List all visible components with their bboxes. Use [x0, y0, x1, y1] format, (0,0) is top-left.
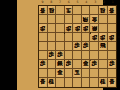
- piece-飛-sente: 飛: [99, 42, 106, 50]
- square-7g[interactable]: 銀: [56, 60, 65, 69]
- square-4a[interactable]: [82, 6, 91, 15]
- piece-桂-gote: 桂: [99, 6, 106, 14]
- piece-玉-sente: 玉: [74, 69, 81, 77]
- square-9h[interactable]: [39, 69, 48, 78]
- square-1h[interactable]: [108, 69, 117, 78]
- square-9c[interactable]: 歩: [39, 24, 48, 33]
- square-1g[interactable]: 歩: [108, 60, 117, 69]
- piece-桂-sente: 桂: [99, 78, 106, 86]
- square-6c[interactable]: 歩: [65, 24, 74, 33]
- piece-香-sente: 香: [39, 78, 46, 86]
- square-5f[interactable]: [73, 51, 82, 60]
- square-8e[interactable]: [48, 42, 57, 51]
- square-2b[interactable]: [99, 15, 108, 24]
- square-6d[interactable]: [65, 33, 74, 42]
- square-4e[interactable]: 歩: [82, 42, 91, 51]
- square-7h[interactable]: 金: [56, 69, 65, 78]
- square-3h[interactable]: [90, 69, 99, 78]
- square-5d[interactable]: [73, 33, 82, 42]
- square-8d[interactable]: [48, 33, 57, 42]
- piece-歩-gote: 歩: [39, 24, 46, 32]
- piece-桂-gote: 桂: [48, 6, 55, 14]
- piece-歩-gote: 歩: [99, 33, 106, 41]
- piece-歩-sente: 歩: [48, 51, 55, 59]
- shogi-board: 香桂玉桂香飛金歩歩歩歩銀歩歩歩歩歩飛歩歩歩銀歩金歩歩金玉香桂桂香: [38, 5, 117, 88]
- square-9a[interactable]: 香: [39, 6, 48, 15]
- square-8b[interactable]: [48, 15, 57, 24]
- square-3a[interactable]: [90, 6, 99, 15]
- piece-歩-gote: 歩: [74, 24, 81, 32]
- piece-銀-gote: 銀: [91, 24, 98, 32]
- square-3b[interactable]: 金: [90, 15, 99, 24]
- square-8c[interactable]: [48, 24, 57, 33]
- square-4i[interactable]: [82, 78, 91, 87]
- piece-香-sente: 香: [108, 78, 115, 86]
- square-2f[interactable]: [99, 51, 108, 60]
- square-6a[interactable]: 玉: [65, 6, 74, 15]
- square-8f[interactable]: 歩: [48, 51, 57, 60]
- square-6g[interactable]: 歩: [65, 60, 74, 69]
- piece-玉-gote: 玉: [65, 6, 72, 14]
- square-3c[interactable]: 銀: [90, 24, 99, 33]
- square-9b[interactable]: [39, 15, 48, 24]
- square-5a[interactable]: [73, 6, 82, 15]
- shogi-diagram-photo: 987654321 香桂玉桂香飛金歩歩歩歩銀歩歩歩歩歩飛歩歩歩銀歩金歩歩金玉香桂…: [0, 0, 120, 90]
- piece-金-sente: 金: [56, 69, 63, 77]
- last-move-marker-dot: [118, 36, 120, 39]
- square-3e[interactable]: [90, 42, 99, 51]
- square-3f[interactable]: [90, 51, 99, 60]
- square-5h[interactable]: 玉: [73, 69, 82, 78]
- square-1f[interactable]: [108, 51, 117, 60]
- square-4d[interactable]: [82, 33, 91, 42]
- square-1c[interactable]: [108, 24, 117, 33]
- piece-香-gote: 香: [39, 6, 46, 14]
- square-4b[interactable]: 飛: [82, 15, 91, 24]
- square-5i[interactable]: [73, 78, 82, 87]
- square-1a[interactable]: 香: [108, 6, 117, 15]
- square-9d[interactable]: [39, 33, 48, 42]
- square-8a[interactable]: 桂: [48, 6, 57, 15]
- square-2i[interactable]: 桂: [99, 78, 108, 87]
- square-2h[interactable]: [99, 69, 108, 78]
- piece-金-gote: 金: [91, 15, 98, 23]
- piece-桂-sente: 桂: [48, 78, 55, 86]
- square-9i[interactable]: 香: [39, 78, 48, 87]
- square-2c[interactable]: [99, 24, 108, 33]
- square-7e[interactable]: [56, 42, 65, 51]
- square-4h[interactable]: [82, 69, 91, 78]
- piece-歩-gote: 歩: [82, 24, 89, 32]
- piece-歩-sente: 歩: [56, 51, 63, 59]
- square-3i[interactable]: [90, 78, 99, 87]
- square-3g[interactable]: 歩: [90, 60, 99, 69]
- square-1b[interactable]: [108, 15, 117, 24]
- letterbox-left: [0, 0, 17, 90]
- square-8h[interactable]: [48, 69, 57, 78]
- square-6e[interactable]: [65, 42, 74, 51]
- square-9f[interactable]: [39, 51, 48, 60]
- square-5c[interactable]: 歩: [73, 24, 82, 33]
- square-9e[interactable]: [39, 42, 48, 51]
- square-6i[interactable]: [65, 78, 74, 87]
- square-7f[interactable]: 歩: [56, 51, 65, 60]
- square-1e[interactable]: [108, 42, 117, 51]
- piece-歩-gote: 歩: [108, 33, 115, 41]
- square-7b[interactable]: [56, 15, 65, 24]
- piece-歩-sente: 歩: [74, 42, 81, 50]
- piece-歩-sente: 歩: [65, 60, 72, 68]
- square-2d[interactable]: 歩: [99, 33, 108, 42]
- piece-歩-gote: 歩: [65, 24, 72, 32]
- square-7i[interactable]: [56, 78, 65, 87]
- square-4f[interactable]: [82, 51, 91, 60]
- square-1i[interactable]: 香: [108, 78, 117, 87]
- square-2a[interactable]: 桂: [99, 6, 108, 15]
- piece-銀-sente: 銀: [56, 60, 63, 68]
- piece-歩-sente: 歩: [39, 60, 46, 68]
- star-point: [64, 32, 66, 34]
- piece-歩-gote: 歩: [91, 33, 98, 41]
- board-margin: 987654321 香桂玉桂香飛金歩歩歩歩銀歩歩歩歩歩飛歩歩歩銀歩金歩歩金玉香桂…: [17, 0, 103, 90]
- piece-飛-gote: 飛: [82, 15, 89, 23]
- piece-歩-sente: 歩: [82, 42, 89, 50]
- square-3d[interactable]: 歩: [90, 33, 99, 42]
- square-2e[interactable]: 飛: [99, 42, 108, 51]
- square-8i[interactable]: 桂: [48, 78, 57, 87]
- square-6b[interactable]: [65, 15, 74, 24]
- square-5g[interactable]: [73, 60, 82, 69]
- piece-香-gote: 香: [108, 6, 115, 14]
- square-6f[interactable]: [65, 51, 74, 60]
- square-4g[interactable]: 金: [82, 60, 91, 69]
- square-7a[interactable]: [56, 6, 65, 15]
- piece-歩-sente: 歩: [108, 60, 115, 68]
- square-1d[interactable]: 歩: [108, 33, 117, 42]
- square-2g[interactable]: [99, 60, 108, 69]
- piece-歩-sente: 歩: [91, 60, 98, 68]
- square-5e[interactable]: 歩: [73, 42, 82, 51]
- square-8g[interactable]: [48, 60, 57, 69]
- square-6h[interactable]: [65, 69, 74, 78]
- square-5b[interactable]: [73, 15, 82, 24]
- piece-金-sente: 金: [82, 60, 89, 68]
- square-7d[interactable]: [56, 33, 65, 42]
- square-9g[interactable]: 歩: [39, 60, 48, 69]
